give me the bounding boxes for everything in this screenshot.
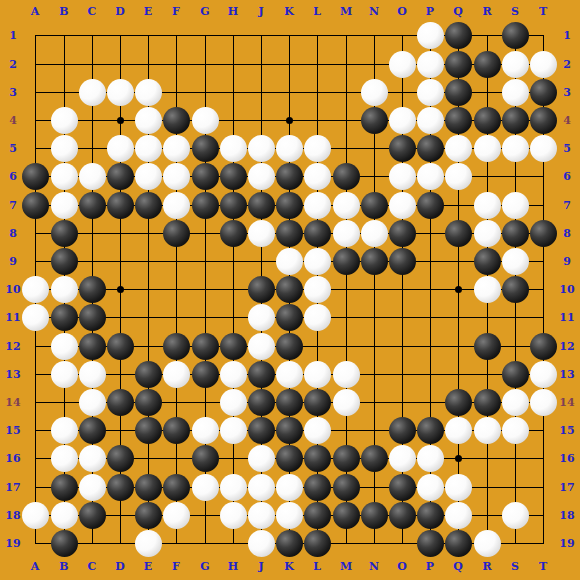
stone-black-O8[interactable] <box>389 220 416 247</box>
stone-black-R9[interactable] <box>474 248 501 275</box>
stone-black-C12[interactable] <box>79 333 106 360</box>
stone-black-K10[interactable] <box>276 276 303 303</box>
stone-black-T8[interactable] <box>530 220 557 247</box>
stone-white-P17[interactable] <box>417 474 444 501</box>
stone-white-C14[interactable] <box>79 389 106 416</box>
stone-black-J10[interactable] <box>248 276 275 303</box>
stone-black-C7[interactable] <box>79 192 106 219</box>
stone-white-A18[interactable] <box>22 502 49 529</box>
column-label: J <box>258 5 263 18</box>
stone-black-N4[interactable] <box>361 107 388 134</box>
column-label: B <box>59 560 68 573</box>
stone-white-H17[interactable] <box>220 474 247 501</box>
star-point <box>455 455 462 462</box>
stone-white-L13[interactable] <box>304 361 331 388</box>
stone-white-N3[interactable] <box>361 79 388 106</box>
stone-white-E5[interactable] <box>135 135 162 162</box>
stone-white-O6[interactable] <box>389 163 416 190</box>
stone-white-T13[interactable] <box>530 361 557 388</box>
stone-white-B13[interactable] <box>51 361 78 388</box>
stone-white-B7[interactable] <box>51 192 78 219</box>
column-label: L <box>313 5 321 18</box>
row-label: 3 <box>563 86 571 99</box>
stone-black-E13[interactable] <box>135 361 162 388</box>
stone-white-Q18[interactable] <box>445 502 472 529</box>
stone-white-F7[interactable] <box>163 192 190 219</box>
row-label: 9 <box>9 255 17 268</box>
stone-white-B16[interactable] <box>51 445 78 472</box>
stone-black-D6[interactable] <box>107 163 134 190</box>
row-label: 19 <box>5 537 20 550</box>
row-label: 15 <box>559 424 574 437</box>
star-point <box>455 286 462 293</box>
stone-black-B9[interactable] <box>51 248 78 275</box>
stone-black-O5[interactable] <box>389 135 416 162</box>
stone-white-L10[interactable] <box>304 276 331 303</box>
stone-white-R10[interactable] <box>474 276 501 303</box>
stone-white-F18[interactable] <box>163 502 190 529</box>
row-label: 19 <box>559 537 574 550</box>
row-label: 4 <box>563 114 571 127</box>
column-label: T <box>539 560 547 573</box>
stone-black-S10[interactable] <box>502 276 529 303</box>
stone-white-O7[interactable] <box>389 192 416 219</box>
stone-black-E15[interactable] <box>135 417 162 444</box>
stone-black-C10[interactable] <box>79 276 106 303</box>
stone-black-P5[interactable] <box>417 135 444 162</box>
stone-black-Q1[interactable] <box>445 22 472 49</box>
stone-black-L16[interactable] <box>304 445 331 472</box>
stone-white-Q6[interactable] <box>445 163 472 190</box>
column-label: F <box>172 5 180 18</box>
column-label: C <box>88 560 97 573</box>
stone-black-G5[interactable] <box>192 135 219 162</box>
stone-white-E6[interactable] <box>135 163 162 190</box>
stone-black-J13[interactable] <box>248 361 275 388</box>
stone-white-K9[interactable] <box>276 248 303 275</box>
row-label: 16 <box>559 452 574 465</box>
stone-white-H15[interactable] <box>220 417 247 444</box>
row-label: 18 <box>559 509 574 522</box>
stone-white-B18[interactable] <box>51 502 78 529</box>
stone-white-S18[interactable] <box>502 502 529 529</box>
stone-white-R15[interactable] <box>474 417 501 444</box>
column-label: F <box>172 560 180 573</box>
stone-black-M9[interactable] <box>333 248 360 275</box>
star-point <box>286 117 293 124</box>
stone-white-M14[interactable] <box>333 389 360 416</box>
stone-white-L15[interactable] <box>304 417 331 444</box>
row-label: 9 <box>563 255 571 268</box>
stone-white-D5[interactable] <box>107 135 134 162</box>
stone-black-H12[interactable] <box>220 333 247 360</box>
stone-black-K12[interactable] <box>276 333 303 360</box>
stone-white-B10[interactable] <box>51 276 78 303</box>
stone-white-S2[interactable] <box>502 51 529 78</box>
stone-black-B17[interactable] <box>51 474 78 501</box>
stone-white-B5[interactable] <box>51 135 78 162</box>
column-label: G <box>200 5 209 18</box>
stone-white-Q15[interactable] <box>445 417 472 444</box>
stone-black-K14[interactable] <box>276 389 303 416</box>
stone-white-F6[interactable] <box>163 163 190 190</box>
stone-white-R7[interactable] <box>474 192 501 219</box>
column-label: O <box>397 5 407 18</box>
stone-white-C3[interactable] <box>79 79 106 106</box>
stone-black-R12[interactable] <box>474 333 501 360</box>
stone-black-C18[interactable] <box>79 502 106 529</box>
stone-black-L14[interactable] <box>304 389 331 416</box>
stone-black-H8[interactable] <box>220 220 247 247</box>
stone-black-T3[interactable] <box>530 79 557 106</box>
stone-white-L5[interactable] <box>304 135 331 162</box>
stone-white-J16[interactable] <box>248 445 275 472</box>
stone-white-O4[interactable] <box>389 107 416 134</box>
stone-white-A11[interactable] <box>22 304 49 331</box>
stone-white-S7[interactable] <box>502 192 529 219</box>
row-label: 17 <box>559 481 574 494</box>
stone-black-K19[interactable] <box>276 530 303 557</box>
stone-white-S9[interactable] <box>502 248 529 275</box>
column-label: P <box>426 560 434 573</box>
stone-white-Q5[interactable] <box>445 135 472 162</box>
stone-white-J8[interactable] <box>248 220 275 247</box>
row-label: 14 <box>559 396 574 409</box>
stone-black-J7[interactable] <box>248 192 275 219</box>
column-label: E <box>144 5 152 18</box>
stone-white-K5[interactable] <box>276 135 303 162</box>
stone-black-E7[interactable] <box>135 192 162 219</box>
star-point <box>117 286 124 293</box>
row-label: 3 <box>9 86 17 99</box>
stone-white-N8[interactable] <box>361 220 388 247</box>
stone-black-R2[interactable] <box>474 51 501 78</box>
row-label: 1 <box>9 29 17 42</box>
stone-black-Q3[interactable] <box>445 79 472 106</box>
stone-white-J19[interactable] <box>248 530 275 557</box>
stone-black-A7[interactable] <box>22 192 49 219</box>
stone-white-K18[interactable] <box>276 502 303 529</box>
stone-white-J5[interactable] <box>248 135 275 162</box>
row-label: 7 <box>563 199 571 212</box>
stone-white-S3[interactable] <box>502 79 529 106</box>
stone-white-P2[interactable] <box>417 51 444 78</box>
stone-white-M13[interactable] <box>333 361 360 388</box>
row-label: 13 <box>5 368 20 381</box>
column-label: P <box>426 5 434 18</box>
column-label: B <box>59 5 68 18</box>
stone-black-F15[interactable] <box>163 417 190 444</box>
row-label: 12 <box>5 340 20 353</box>
stone-white-G4[interactable] <box>192 107 219 134</box>
stone-black-F12[interactable] <box>163 333 190 360</box>
stone-black-K15[interactable] <box>276 417 303 444</box>
stone-white-C16[interactable] <box>79 445 106 472</box>
stone-black-E14[interactable] <box>135 389 162 416</box>
stone-black-J15[interactable] <box>248 417 275 444</box>
stone-white-J6[interactable] <box>248 163 275 190</box>
column-label: R <box>482 5 491 18</box>
row-label: 6 <box>563 170 571 183</box>
column-label: O <box>397 560 407 573</box>
column-label: L <box>313 560 321 573</box>
stone-black-T4[interactable] <box>530 107 557 134</box>
stone-black-L19[interactable] <box>304 530 331 557</box>
stone-white-M7[interactable] <box>333 192 360 219</box>
stone-black-S1[interactable] <box>502 22 529 49</box>
stone-black-R14[interactable] <box>474 389 501 416</box>
stone-black-Q8[interactable] <box>445 220 472 247</box>
stone-black-L8[interactable] <box>304 220 331 247</box>
stone-black-K8[interactable] <box>276 220 303 247</box>
row-label: 18 <box>5 509 20 522</box>
column-label: A <box>31 560 40 573</box>
go-board: AABBCCDDEEFFGGHHJJKKLLMMNNOOPPQQRRSSTT11… <box>0 0 580 580</box>
stone-white-F13[interactable] <box>163 361 190 388</box>
column-label: N <box>369 560 379 573</box>
column-label: H <box>228 5 238 18</box>
stone-white-D3[interactable] <box>107 79 134 106</box>
stone-black-H7[interactable] <box>220 192 247 219</box>
row-label: 5 <box>563 142 571 155</box>
column-label: D <box>115 560 125 573</box>
stone-black-N7[interactable] <box>361 192 388 219</box>
stone-white-J12[interactable] <box>248 333 275 360</box>
stone-white-H18[interactable] <box>220 502 247 529</box>
stone-black-C11[interactable] <box>79 304 106 331</box>
stone-black-P7[interactable] <box>417 192 444 219</box>
row-label: 1 <box>563 29 571 42</box>
stone-white-T14[interactable] <box>530 389 557 416</box>
stone-black-D7[interactable] <box>107 192 134 219</box>
stone-white-T5[interactable] <box>530 135 557 162</box>
stone-white-L6[interactable] <box>304 163 331 190</box>
stone-black-D14[interactable] <box>107 389 134 416</box>
stone-white-P6[interactable] <box>417 163 444 190</box>
stone-white-J18[interactable] <box>248 502 275 529</box>
stone-white-E4[interactable] <box>135 107 162 134</box>
column-label: S <box>511 5 519 18</box>
stone-white-P16[interactable] <box>417 445 444 472</box>
stone-white-S14[interactable] <box>502 389 529 416</box>
stone-white-H13[interactable] <box>220 361 247 388</box>
stone-white-O2[interactable] <box>389 51 416 78</box>
stone-black-P19[interactable] <box>417 530 444 557</box>
stone-black-H6[interactable] <box>220 163 247 190</box>
stone-black-G6[interactable] <box>192 163 219 190</box>
stone-white-P3[interactable] <box>417 79 444 106</box>
stone-black-O18[interactable] <box>389 502 416 529</box>
stone-white-R8[interactable] <box>474 220 501 247</box>
stone-black-L17[interactable] <box>304 474 331 501</box>
stone-white-T2[interactable] <box>530 51 557 78</box>
stone-white-H14[interactable] <box>220 389 247 416</box>
stone-black-M16[interactable] <box>333 445 360 472</box>
stone-white-L7[interactable] <box>304 192 331 219</box>
row-label: 17 <box>5 481 20 494</box>
stone-black-R4[interactable] <box>474 107 501 134</box>
stone-white-O16[interactable] <box>389 445 416 472</box>
stone-black-G7[interactable] <box>192 192 219 219</box>
stone-white-Q17[interactable] <box>445 474 472 501</box>
column-label: C <box>88 5 97 18</box>
column-label: D <box>115 5 125 18</box>
stone-black-D16[interactable] <box>107 445 134 472</box>
stone-black-Q4[interactable] <box>445 107 472 134</box>
stone-white-J11[interactable] <box>248 304 275 331</box>
stone-black-A6[interactable] <box>22 163 49 190</box>
stone-white-P4[interactable] <box>417 107 444 134</box>
stone-black-M6[interactable] <box>333 163 360 190</box>
row-label: 4 <box>9 114 17 127</box>
stone-black-N9[interactable] <box>361 248 388 275</box>
row-label: 11 <box>559 311 574 324</box>
stone-black-J14[interactable] <box>248 389 275 416</box>
stone-white-G17[interactable] <box>192 474 219 501</box>
stone-white-C17[interactable] <box>79 474 106 501</box>
column-label: K <box>284 560 294 573</box>
stone-black-G16[interactable] <box>192 445 219 472</box>
stone-black-D12[interactable] <box>107 333 134 360</box>
row-label: 10 <box>559 283 574 296</box>
stone-black-K11[interactable] <box>276 304 303 331</box>
column-label: K <box>284 5 294 18</box>
stone-black-K16[interactable] <box>276 445 303 472</box>
row-label: 2 <box>9 58 17 71</box>
column-label: S <box>511 560 519 573</box>
stone-white-K13[interactable] <box>276 361 303 388</box>
stone-black-F8[interactable] <box>163 220 190 247</box>
star-point <box>117 117 124 124</box>
stone-black-O15[interactable] <box>389 417 416 444</box>
stone-black-N18[interactable] <box>361 502 388 529</box>
stone-black-P18[interactable] <box>417 502 444 529</box>
stone-white-E19[interactable] <box>135 530 162 557</box>
stone-black-Q14[interactable] <box>445 389 472 416</box>
stone-white-S5[interactable] <box>502 135 529 162</box>
stone-black-Q2[interactable] <box>445 51 472 78</box>
stone-black-O17[interactable] <box>389 474 416 501</box>
row-label: 14 <box>5 396 20 409</box>
column-label: Q <box>453 560 463 573</box>
stone-black-O9[interactable] <box>389 248 416 275</box>
row-label: 7 <box>9 199 17 212</box>
stone-black-E18[interactable] <box>135 502 162 529</box>
stone-black-P15[interactable] <box>417 417 444 444</box>
stone-black-N16[interactable] <box>361 445 388 472</box>
stone-black-F17[interactable] <box>163 474 190 501</box>
stone-black-M18[interactable] <box>333 502 360 529</box>
stone-black-B19[interactable] <box>51 530 78 557</box>
column-label: G <box>200 560 209 573</box>
stone-white-C6[interactable] <box>79 163 106 190</box>
stone-black-T12[interactable] <box>530 333 557 360</box>
stone-black-D17[interactable] <box>107 474 134 501</box>
stone-white-A10[interactable] <box>22 276 49 303</box>
row-label: 15 <box>5 424 20 437</box>
stone-white-L11[interactable] <box>304 304 331 331</box>
row-label: 10 <box>5 283 20 296</box>
stone-white-L9[interactable] <box>304 248 331 275</box>
column-label: M <box>340 5 352 18</box>
row-label: 8 <box>9 227 17 240</box>
stone-black-K7[interactable] <box>276 192 303 219</box>
column-label: J <box>258 560 263 573</box>
column-label: A <box>31 5 40 18</box>
stone-white-H5[interactable] <box>220 135 247 162</box>
stone-white-M8[interactable] <box>333 220 360 247</box>
stone-black-S4[interactable] <box>502 107 529 134</box>
row-label: 2 <box>563 58 571 71</box>
stone-black-E17[interactable] <box>135 474 162 501</box>
row-label: 11 <box>5 311 20 324</box>
stone-black-Q19[interactable] <box>445 530 472 557</box>
stone-white-B15[interactable] <box>51 417 78 444</box>
stone-white-B4[interactable] <box>51 107 78 134</box>
stone-black-S8[interactable] <box>502 220 529 247</box>
stone-black-G12[interactable] <box>192 333 219 360</box>
stone-black-C15[interactable] <box>79 417 106 444</box>
row-label: 13 <box>559 368 574 381</box>
stone-black-G13[interactable] <box>192 361 219 388</box>
stone-white-B12[interactable] <box>51 333 78 360</box>
row-label: 16 <box>5 452 20 465</box>
stone-white-R19[interactable] <box>474 530 501 557</box>
column-label: H <box>228 560 238 573</box>
stone-black-B8[interactable] <box>51 220 78 247</box>
row-label: 6 <box>9 170 17 183</box>
stone-black-B11[interactable] <box>51 304 78 331</box>
column-label: M <box>340 560 352 573</box>
column-label: Q <box>453 5 463 18</box>
stone-white-R5[interactable] <box>474 135 501 162</box>
column-label: R <box>482 560 491 573</box>
column-label: E <box>144 560 152 573</box>
stone-black-K6[interactable] <box>276 163 303 190</box>
stone-white-C13[interactable] <box>79 361 106 388</box>
column-label: T <box>539 5 547 18</box>
stone-white-F5[interactable] <box>163 135 190 162</box>
row-label: 8 <box>563 227 571 240</box>
stone-white-J17[interactable] <box>248 474 275 501</box>
stone-white-E3[interactable] <box>135 79 162 106</box>
column-label: N <box>369 5 379 18</box>
row-label: 12 <box>559 340 574 353</box>
stone-white-G15[interactable] <box>192 417 219 444</box>
stone-black-S13[interactable] <box>502 361 529 388</box>
row-label: 5 <box>9 142 17 155</box>
stone-white-K17[interactable] <box>276 474 303 501</box>
stone-white-B6[interactable] <box>51 163 78 190</box>
stone-white-P1[interactable] <box>417 22 444 49</box>
stone-black-M17[interactable] <box>333 474 360 501</box>
stone-black-L18[interactable] <box>304 502 331 529</box>
stone-black-F4[interactable] <box>163 107 190 134</box>
stone-white-S15[interactable] <box>502 417 529 444</box>
